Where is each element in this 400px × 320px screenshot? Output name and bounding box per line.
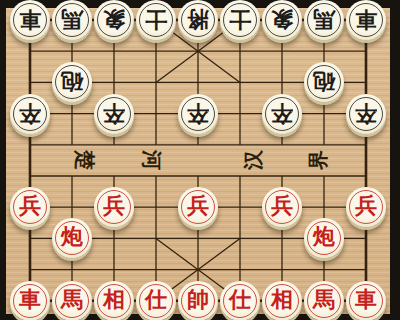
xiangqi-board: 楚河汉界 車馬象士將士象馬車砲砲卒卒卒卒卒兵兵兵兵兵炮炮車馬相仕帥仕相馬車	[0, 0, 400, 320]
piece-red-chariot[interactable]: 車	[346, 281, 386, 320]
piece-black-soldier[interactable]: 卒	[262, 94, 302, 134]
piece-glyph: 馬	[313, 289, 335, 311]
piece-glyph: 士	[145, 8, 167, 30]
piece-glyph: 帥	[187, 289, 209, 311]
piece-glyph: 炮	[313, 226, 335, 248]
piece-glyph: 卒	[355, 102, 377, 124]
piece-red-soldier[interactable]: 兵	[10, 187, 50, 227]
piece-glyph: 車	[19, 8, 41, 30]
piece-glyph: 象	[103, 8, 125, 30]
piece-black-horse[interactable]: 馬	[52, 0, 92, 40]
piece-glyph: 車	[19, 289, 41, 311]
piece-red-soldier[interactable]: 兵	[262, 187, 302, 227]
piece-black-soldier[interactable]: 卒	[178, 94, 218, 134]
piece-red-elephant[interactable]: 相	[262, 281, 302, 320]
piece-black-advisor[interactable]: 士	[220, 0, 260, 40]
piece-red-soldier[interactable]: 兵	[346, 187, 386, 227]
river-label-char: 楚	[75, 150, 95, 170]
river-label-char: 汉	[243, 150, 263, 170]
piece-black-horse[interactable]: 馬	[304, 0, 344, 40]
piece-glyph: 馬	[61, 8, 83, 30]
piece-glyph: 士	[229, 8, 251, 30]
piece-glyph: 卒	[19, 102, 41, 124]
piece-glyph: 卒	[103, 102, 125, 124]
piece-glyph: 兵	[355, 195, 377, 217]
piece-glyph: 砲	[313, 70, 335, 92]
board-wood-surface: 楚河汉界 車馬象士將士象馬車砲砲卒卒卒卒卒兵兵兵兵兵炮炮車馬相仕帥仕相馬車	[6, 8, 390, 314]
piece-glyph: 兵	[103, 195, 125, 217]
piece-glyph: 將	[187, 8, 209, 30]
piece-glyph: 兵	[271, 195, 293, 217]
piece-glyph: 馬	[313, 8, 335, 30]
piece-glyph: 兵	[187, 195, 209, 217]
piece-red-general[interactable]: 帥	[178, 281, 218, 320]
piece-glyph: 象	[271, 8, 293, 30]
piece-glyph: 相	[103, 289, 125, 311]
piece-glyph: 車	[355, 8, 377, 30]
piece-black-elephant[interactable]: 象	[94, 0, 134, 40]
piece-black-soldier[interactable]: 卒	[346, 94, 386, 134]
piece-glyph: 炮	[61, 226, 83, 248]
piece-red-horse[interactable]: 馬	[304, 281, 344, 320]
piece-glyph: 兵	[19, 195, 41, 217]
piece-black-chariot[interactable]: 車	[346, 0, 386, 40]
piece-glyph: 仕	[145, 289, 167, 311]
piece-red-advisor[interactable]: 仕	[136, 281, 176, 320]
piece-black-chariot[interactable]: 車	[10, 0, 50, 40]
piece-red-horse[interactable]: 馬	[52, 281, 92, 320]
piece-black-general[interactable]: 將	[178, 0, 218, 40]
piece-glyph: 馬	[61, 289, 83, 311]
piece-glyph: 砲	[61, 70, 83, 92]
piece-red-advisor[interactable]: 仕	[220, 281, 260, 320]
river-label-char: 界	[308, 150, 328, 170]
piece-red-elephant[interactable]: 相	[94, 281, 134, 320]
piece-glyph: 卒	[187, 102, 209, 124]
piece-glyph: 卒	[271, 102, 293, 124]
piece-red-soldier[interactable]: 兵	[94, 187, 134, 227]
piece-red-chariot[interactable]: 車	[10, 281, 50, 320]
piece-glyph: 車	[355, 289, 377, 311]
piece-black-advisor[interactable]: 士	[136, 0, 176, 40]
piece-black-elephant[interactable]: 象	[262, 0, 302, 40]
piece-red-soldier[interactable]: 兵	[178, 187, 218, 227]
board-grid-lines	[6, 8, 390, 314]
piece-black-soldier[interactable]: 卒	[94, 94, 134, 134]
river-label-char: 河	[142, 150, 162, 170]
piece-black-soldier[interactable]: 卒	[10, 94, 50, 134]
piece-glyph: 相	[271, 289, 293, 311]
piece-glyph: 仕	[229, 289, 251, 311]
